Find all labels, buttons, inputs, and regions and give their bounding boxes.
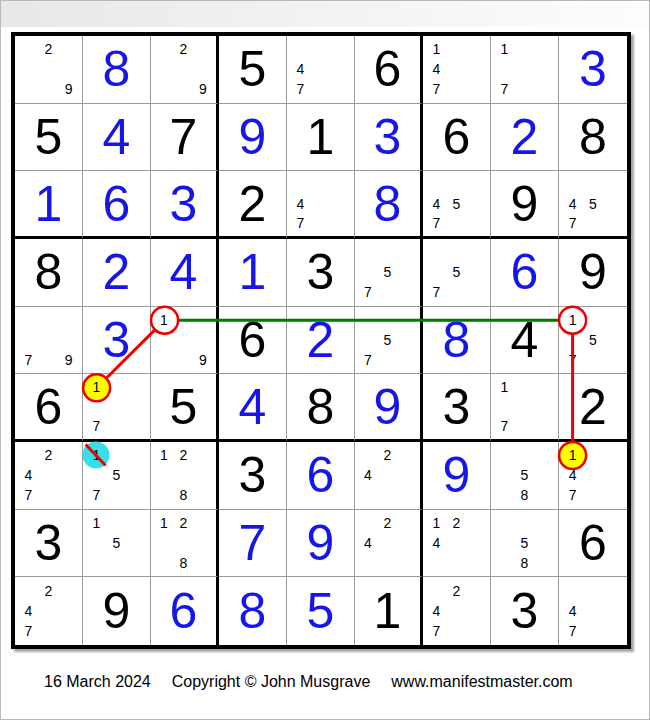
- candidate-7: 7: [569, 353, 577, 367]
- cell-r7c8[interactable]: 58: [491, 442, 559, 510]
- candidate-4: 4: [24, 468, 32, 482]
- cell-r2c7[interactable]: 6: [423, 104, 491, 172]
- cell-r1c8[interactable]: 17: [491, 36, 559, 104]
- candidate-2: 2: [453, 584, 461, 598]
- cell-r2c9[interactable]: 8: [559, 104, 627, 172]
- cell-value-given: 3: [15, 510, 82, 577]
- cell-r6c8[interactable]: 17: [491, 374, 559, 442]
- candidate-5: 5: [521, 536, 529, 550]
- cell-r1c7[interactable]: 147: [423, 36, 491, 104]
- candidate-1: 1: [160, 313, 168, 327]
- footer-date: 16 March 2024: [44, 673, 151, 691]
- cell-r1c1[interactable]: 29: [15, 36, 83, 104]
- cell-r7c3[interactable]: 128: [151, 442, 219, 510]
- cell-r6c7[interactable]: 3: [423, 374, 491, 442]
- cell-value-given: 8: [559, 104, 627, 171]
- cell-r9c7[interactable]: 247: [423, 577, 491, 645]
- cell-r5c8[interactable]: 4: [491, 307, 559, 375]
- cell-value-solved: 3: [355, 104, 420, 171]
- candidate-5: 5: [113, 468, 121, 482]
- cell-r8c4[interactable]: 7: [219, 510, 287, 578]
- candidate-4: 4: [569, 468, 577, 482]
- candidate-7: 7: [432, 285, 440, 299]
- cell-value-solved: 6: [151, 577, 216, 645]
- cell-value-solved: 9: [355, 374, 420, 439]
- cell-r1c6[interactable]: 6: [355, 36, 423, 104]
- cell-r2c2[interactable]: 4: [83, 104, 151, 172]
- cell-r5c4[interactable]: 6: [219, 307, 287, 375]
- cell-r3c9[interactable]: 457: [559, 171, 627, 239]
- cell-r1c2[interactable]: 8: [83, 36, 151, 104]
- cell-r7c9[interactable]: 147: [559, 442, 627, 510]
- cell-value-given: 5: [15, 104, 82, 171]
- cell-value-solved: 8: [83, 36, 150, 103]
- footer: 16 March 2024 Copyright © John Musgrave …: [1, 673, 649, 691]
- cell-value-solved: 4: [151, 239, 216, 306]
- candidate-7: 7: [500, 419, 508, 433]
- cell-value-solved: 2: [83, 239, 150, 306]
- candidate-1: 1: [160, 448, 168, 462]
- cell-r3c3[interactable]: 3: [151, 171, 219, 239]
- cell-r4c5[interactable]: 3: [287, 239, 355, 307]
- cell-value-given: 2: [559, 374, 627, 439]
- candidate-2: 2: [384, 448, 392, 462]
- cell-r6c5[interactable]: 8: [287, 374, 355, 442]
- cell-value-solved: 4: [83, 104, 150, 171]
- candidate-4: 4: [364, 536, 372, 550]
- cell-r9c2[interactable]: 9: [83, 577, 151, 645]
- cell-value-given: 3: [287, 239, 354, 306]
- cell-r1c4[interactable]: 5: [219, 36, 287, 104]
- cell-r1c9[interactable]: 3: [559, 36, 627, 104]
- cell-value-given: 8: [287, 374, 354, 439]
- candidate-2: 2: [180, 516, 188, 530]
- cell-value-solved: 2: [491, 104, 558, 171]
- cell-r2c3[interactable]: 7: [151, 104, 219, 172]
- page: 2982954761471735479136281632478457945782…: [0, 0, 650, 720]
- cell-value-given: 9: [83, 577, 150, 645]
- cell-r7c4[interactable]: 3: [219, 442, 287, 510]
- cell-r3c4[interactable]: 2: [219, 171, 287, 239]
- cell-r8c9[interactable]: 6: [559, 510, 627, 578]
- candidate-7: 7: [432, 82, 440, 96]
- cell-value-given: 4: [491, 307, 558, 374]
- candidate-5: 5: [384, 333, 392, 347]
- cell-r8c8[interactable]: 58: [491, 510, 559, 578]
- candidate-7: 7: [92, 419, 100, 433]
- candidate-7: 7: [24, 624, 32, 638]
- candidate-4: 4: [432, 197, 440, 211]
- cell-value-given: 1: [287, 104, 354, 171]
- cell-r3c2[interactable]: 6: [83, 171, 151, 239]
- cell-value-given: 1: [355, 577, 420, 645]
- candidate-5: 5: [453, 265, 461, 279]
- cell-r6c1[interactable]: 6: [15, 374, 83, 442]
- cell-value-given: 7: [151, 104, 216, 171]
- cell-r4c1[interactable]: 8: [15, 239, 83, 307]
- candidate-9: 9: [65, 82, 73, 96]
- cell-r9c6[interactable]: 1: [355, 577, 423, 645]
- candidate-1: 1: [92, 516, 100, 530]
- candidate-1: 1: [92, 448, 100, 462]
- cell-r2c5[interactable]: 1: [287, 104, 355, 172]
- cell-r4c4[interactable]: 1: [219, 239, 287, 307]
- cell-r2c1[interactable]: 5: [15, 104, 83, 172]
- candidate-4: 4: [569, 197, 577, 211]
- candidate-2: 2: [453, 516, 461, 530]
- cell-r6c2[interactable]: 17: [83, 374, 151, 442]
- candidate-4: 4: [432, 536, 440, 550]
- candidate-8: 8: [521, 488, 529, 502]
- cell-r1c3[interactable]: 29: [151, 36, 219, 104]
- cell-r6c3[interactable]: 5: [151, 374, 219, 442]
- cell-r6c9[interactable]: 2: [559, 374, 627, 442]
- cell-r2c4[interactable]: 9: [219, 104, 287, 172]
- cell-r5c9[interactable]: 157: [559, 307, 627, 375]
- cell-r7c6[interactable]: 24: [355, 442, 423, 510]
- candidate-5: 5: [453, 197, 461, 211]
- candidate-1: 1: [92, 380, 100, 394]
- cell-r5c2[interactable]: 3: [83, 307, 151, 375]
- cell-value-solved: 8: [219, 577, 286, 645]
- candidate-7: 7: [24, 353, 32, 367]
- candidate-7: 7: [296, 216, 304, 230]
- cell-r5c7[interactable]: 8: [423, 307, 491, 375]
- candidate-9: 9: [65, 353, 73, 367]
- cell-r9c5[interactable]: 5: [287, 577, 355, 645]
- cell-value-solved: 1: [219, 239, 286, 306]
- candidate-7: 7: [92, 488, 100, 502]
- candidate-4: 4: [296, 197, 304, 211]
- cell-r4c9[interactable]: 9: [559, 239, 627, 307]
- cell-value-solved: 9: [287, 510, 354, 577]
- cell-r5c6[interactable]: 57: [355, 307, 423, 375]
- cell-r6c4[interactable]: 4: [219, 374, 287, 442]
- candidate-4: 4: [24, 604, 32, 618]
- cell-r8c5[interactable]: 9: [287, 510, 355, 578]
- candidate-1: 1: [569, 448, 577, 462]
- cell-value-given: 3: [491, 577, 558, 645]
- candidate-7: 7: [432, 624, 440, 638]
- cell-value-solved: 5: [287, 577, 354, 645]
- cell-r4c7[interactable]: 57: [423, 239, 491, 307]
- candidate-5: 5: [521, 468, 529, 482]
- candidate-5: 5: [589, 197, 597, 211]
- cell-value-given: 3: [219, 442, 286, 509]
- cell-value-solved: 3: [83, 307, 150, 374]
- cell-value-solved: 8: [355, 171, 420, 236]
- candidate-7: 7: [500, 82, 508, 96]
- cell-r8c3[interactable]: 128: [151, 510, 219, 578]
- cell-value-solved: 1: [15, 171, 82, 236]
- cell-value-given: 6: [15, 374, 82, 439]
- cell-value-given: 6: [423, 104, 490, 171]
- cell-value-solved: 6: [491, 239, 558, 306]
- candidate-2: 2: [45, 42, 53, 56]
- candidate-7: 7: [364, 353, 372, 367]
- footer-copyright: Copyright © John Musgrave: [172, 673, 371, 691]
- cell-r4c2[interactable]: 2: [83, 239, 151, 307]
- cell-r3c6[interactable]: 8: [355, 171, 423, 239]
- candidate-7: 7: [569, 216, 577, 230]
- cell-r3c5[interactable]: 47: [287, 171, 355, 239]
- sudoku-board: 2982954761471735479136281632478457945782…: [11, 32, 631, 649]
- cell-r9c3[interactable]: 6: [151, 577, 219, 645]
- cell-r7c5[interactable]: 6: [287, 442, 355, 510]
- cell-r7c1[interactable]: 247: [15, 442, 83, 510]
- cell-r2c6[interactable]: 3: [355, 104, 423, 172]
- cell-r4c8[interactable]: 6: [491, 239, 559, 307]
- candidate-2: 2: [45, 448, 53, 462]
- cell-value-solved: 3: [559, 36, 627, 103]
- candidate-2: 2: [180, 42, 188, 56]
- cell-r2c8[interactable]: 2: [491, 104, 559, 172]
- candidate-7: 7: [24, 488, 32, 502]
- cell-value-given: 6: [219, 307, 286, 374]
- cell-value-solved: 8: [423, 307, 490, 374]
- cell-value-given: 6: [559, 510, 627, 577]
- cell-r6c6[interactable]: 9: [355, 374, 423, 442]
- cell-r9c1[interactable]: 247: [15, 577, 83, 645]
- cell-value-solved: 2: [287, 307, 354, 374]
- candidate-4: 4: [364, 468, 372, 482]
- cell-r5c5[interactable]: 2: [287, 307, 355, 375]
- top-strip: [1, 1, 649, 27]
- cell-value-given: 2: [219, 171, 286, 236]
- candidate-2: 2: [180, 448, 188, 462]
- cell-value-given: 6: [355, 36, 420, 103]
- cell-r9c4[interactable]: 8: [219, 577, 287, 645]
- candidate-5: 5: [589, 333, 597, 347]
- cell-r1c5[interactable]: 47: [287, 36, 355, 104]
- cell-value-given: 5: [151, 374, 216, 439]
- candidate-1: 1: [569, 313, 577, 327]
- candidate-2: 2: [384, 516, 392, 530]
- candidate-4: 4: [432, 62, 440, 76]
- candidate-4: 4: [569, 604, 577, 618]
- candidate-8: 8: [521, 556, 529, 570]
- cell-r3c8[interactable]: 9: [491, 171, 559, 239]
- cell-r8c6[interactable]: 24: [355, 510, 423, 578]
- candidate-1: 1: [500, 42, 508, 56]
- cell-value-given: 8: [15, 239, 82, 306]
- cell-r5c3[interactable]: 19: [151, 307, 219, 375]
- cell-value-given: 9: [559, 239, 627, 306]
- cell-r8c7[interactable]: 124: [423, 510, 491, 578]
- cell-r7c7[interactable]: 9: [423, 442, 491, 510]
- cell-r3c7[interactable]: 457: [423, 171, 491, 239]
- cell-value-solved: 6: [83, 171, 150, 236]
- cell-r5c1[interactable]: 79: [15, 307, 83, 375]
- candidate-9: 9: [199, 353, 207, 367]
- candidate-5: 5: [113, 536, 121, 550]
- cell-value-given: 5: [219, 36, 286, 103]
- candidate-7: 7: [296, 82, 304, 96]
- candidate-7: 7: [432, 216, 440, 230]
- footer-url: www.manifestmaster.com: [391, 673, 572, 691]
- cell-r8c1[interactable]: 3: [15, 510, 83, 578]
- cell-value-solved: 3: [151, 171, 216, 236]
- cell-value-solved: 9: [423, 442, 490, 509]
- candidate-1: 1: [500, 380, 508, 394]
- cell-value-solved: 7: [219, 510, 286, 577]
- cell-r8c2[interactable]: 15: [83, 510, 151, 578]
- candidate-4: 4: [296, 62, 304, 76]
- cell-r9c8[interactable]: 3: [491, 577, 559, 645]
- cell-value-solved: 9: [219, 104, 286, 171]
- cell-r9c9[interactable]: 47: [559, 577, 627, 645]
- candidate-9: 9: [199, 82, 207, 96]
- candidate-7: 7: [569, 488, 577, 502]
- candidate-8: 8: [180, 556, 188, 570]
- candidate-2: 2: [45, 584, 53, 598]
- cell-value-given: 3: [423, 374, 490, 439]
- cell-r7c2[interactable]: 157: [83, 442, 151, 510]
- cell-value-given: 9: [491, 171, 558, 236]
- candidate-1: 1: [160, 516, 168, 530]
- candidate-1: 1: [432, 516, 440, 530]
- candidate-4: 4: [432, 604, 440, 618]
- cell-r3c1[interactable]: 1: [15, 171, 83, 239]
- cell-value-solved: 6: [287, 442, 354, 509]
- candidate-8: 8: [180, 488, 188, 502]
- candidate-7: 7: [569, 624, 577, 638]
- candidate-1: 1: [432, 42, 440, 56]
- candidate-7: 7: [364, 285, 372, 299]
- cell-r4c3[interactable]: 4: [151, 239, 219, 307]
- candidate-5: 5: [384, 265, 392, 279]
- cell-r4c6[interactable]: 57: [355, 239, 423, 307]
- cell-value-solved: 4: [219, 374, 286, 439]
